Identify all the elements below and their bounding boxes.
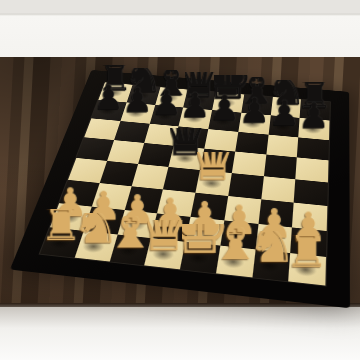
square-a5: [76, 137, 113, 160]
square-b6: [114, 121, 150, 143]
square-c6: [144, 123, 179, 146]
bottom-white-strip: [0, 307, 360, 360]
white-rook-h1: ♜: [289, 235, 325, 271]
square-g6: [266, 134, 299, 157]
square-a6: [84, 118, 120, 140]
square-f6: [235, 132, 268, 155]
square-b5: [107, 140, 144, 164]
white-queen-e4: ♛: [197, 152, 229, 184]
piece-glyph: ♛: [187, 130, 239, 188]
square-c5: [138, 143, 174, 167]
square-h6: [297, 137, 329, 160]
piece-glyph: ♜: [285, 225, 330, 275]
chess-set-photo: ♜♞♝♛♚♝♞♜♟♟♟♟♟♟♟♟♛♛♟♟♟♟♟♟♟♟♜♞♝♛♚♝♞♜: [0, 0, 360, 360]
